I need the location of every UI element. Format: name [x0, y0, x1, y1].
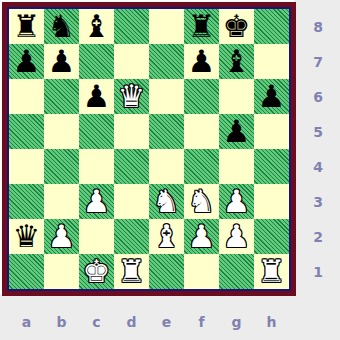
- square-b2[interactable]: ♟: [44, 219, 79, 254]
- white-pawn-piece[interactable]: ♟: [48, 219, 76, 254]
- square-e7[interactable]: [149, 44, 184, 79]
- square-g1[interactable]: [219, 254, 254, 289]
- square-g7[interactable]: ♝: [219, 44, 254, 79]
- white-king-piece[interactable]: ♚: [83, 254, 111, 289]
- square-c6[interactable]: ♟: [79, 79, 114, 114]
- square-c7[interactable]: [79, 44, 114, 79]
- square-a2[interactable]: ♛: [9, 219, 44, 254]
- square-g5[interactable]: ♟: [219, 114, 254, 149]
- square-a7[interactable]: ♟: [9, 44, 44, 79]
- square-c8[interactable]: ♝: [79, 9, 114, 44]
- square-e2[interactable]: ♝: [149, 219, 184, 254]
- square-a4[interactable]: [9, 149, 44, 184]
- square-a8[interactable]: ♜: [9, 9, 44, 44]
- file-label-b: b: [44, 302, 79, 340]
- white-queen-piece[interactable]: ♛: [118, 79, 146, 114]
- chess-diagram: ♜♞♝♜♚♟♟♟♝♟♛♟♟♟♞♞♟♛♟♝♟♟♚♜♜ 87654321 abcde…: [0, 0, 340, 340]
- white-pawn-piece[interactable]: ♟: [223, 184, 251, 219]
- rank-label-1: 1: [296, 254, 340, 289]
- black-king-piece[interactable]: ♚: [223, 9, 251, 44]
- white-knight-piece[interactable]: ♞: [188, 184, 216, 219]
- square-h7[interactable]: [254, 44, 289, 79]
- square-g8[interactable]: ♚: [219, 9, 254, 44]
- square-h4[interactable]: [254, 149, 289, 184]
- square-h1[interactable]: ♜: [254, 254, 289, 289]
- square-a3[interactable]: [9, 184, 44, 219]
- square-h2[interactable]: [254, 219, 289, 254]
- square-e6[interactable]: [149, 79, 184, 114]
- square-d4[interactable]: [114, 149, 149, 184]
- square-b1[interactable]: [44, 254, 79, 289]
- board-frame: ♜♞♝♜♚♟♟♟♝♟♛♟♟♟♞♞♟♛♟♝♟♟♚♜♜: [2, 2, 296, 296]
- square-f4[interactable]: [184, 149, 219, 184]
- square-c2[interactable]: [79, 219, 114, 254]
- square-f6[interactable]: [184, 79, 219, 114]
- square-f8[interactable]: ♜: [184, 9, 219, 44]
- square-f3[interactable]: ♞: [184, 184, 219, 219]
- file-label-f: f: [184, 302, 219, 340]
- square-c4[interactable]: [79, 149, 114, 184]
- square-e8[interactable]: [149, 9, 184, 44]
- square-h6[interactable]: ♟: [254, 79, 289, 114]
- square-c1[interactable]: ♚: [79, 254, 114, 289]
- white-rook-piece[interactable]: ♜: [258, 254, 286, 289]
- square-e5[interactable]: [149, 114, 184, 149]
- square-f2[interactable]: ♟: [184, 219, 219, 254]
- square-c3[interactable]: ♟: [79, 184, 114, 219]
- black-pawn-piece[interactable]: ♟: [48, 44, 76, 79]
- white-pawn-piece[interactable]: ♟: [83, 184, 111, 219]
- square-a6[interactable]: [9, 79, 44, 114]
- white-knight-piece[interactable]: ♞: [153, 184, 181, 219]
- square-e3[interactable]: ♞: [149, 184, 184, 219]
- black-queen-piece[interactable]: ♛: [13, 219, 41, 254]
- file-label-e: e: [149, 302, 184, 340]
- square-e4[interactable]: [149, 149, 184, 184]
- board-inner-border: ♜♞♝♜♚♟♟♟♝♟♛♟♟♟♞♞♟♛♟♝♟♟♚♜♜: [7, 7, 291, 291]
- rank-label-6: 6: [296, 79, 340, 114]
- black-pawn-piece[interactable]: ♟: [188, 44, 216, 79]
- square-d6[interactable]: ♛: [114, 79, 149, 114]
- rank-label-8: 8: [296, 9, 340, 44]
- black-knight-piece[interactable]: ♞: [48, 9, 76, 44]
- rank-label-7: 7: [296, 44, 340, 79]
- square-f7[interactable]: ♟: [184, 44, 219, 79]
- rank-label-3: 3: [296, 184, 340, 219]
- square-h5[interactable]: [254, 114, 289, 149]
- square-a1[interactable]: [9, 254, 44, 289]
- file-label-d: d: [114, 302, 149, 340]
- black-pawn-piece[interactable]: ♟: [13, 44, 41, 79]
- black-bishop-piece[interactable]: ♝: [83, 9, 111, 44]
- square-d2[interactable]: [114, 219, 149, 254]
- square-e1[interactable]: [149, 254, 184, 289]
- rank-label-5: 5: [296, 114, 340, 149]
- square-h3[interactable]: [254, 184, 289, 219]
- square-a5[interactable]: [9, 114, 44, 149]
- square-d3[interactable]: [114, 184, 149, 219]
- file-label-c: c: [79, 302, 114, 340]
- square-g4[interactable]: [219, 149, 254, 184]
- square-g2[interactable]: ♟: [219, 219, 254, 254]
- square-c5[interactable]: [79, 114, 114, 149]
- black-rook-piece[interactable]: ♜: [188, 9, 216, 44]
- square-g6[interactable]: [219, 79, 254, 114]
- black-pawn-piece[interactable]: ♟: [83, 79, 111, 114]
- square-f1[interactable]: [184, 254, 219, 289]
- square-f5[interactable]: [184, 114, 219, 149]
- black-pawn-piece[interactable]: ♟: [258, 79, 286, 114]
- square-b8[interactable]: ♞: [44, 9, 79, 44]
- white-pawn-piece[interactable]: ♟: [223, 219, 251, 254]
- square-h8[interactable]: [254, 9, 289, 44]
- square-d1[interactable]: ♜: [114, 254, 149, 289]
- square-g3[interactable]: ♟: [219, 184, 254, 219]
- square-b7[interactable]: ♟: [44, 44, 79, 79]
- rank-label-2: 2: [296, 219, 340, 254]
- square-b5[interactable]: [44, 114, 79, 149]
- square-d8[interactable]: [114, 9, 149, 44]
- white-pawn-piece[interactable]: ♟: [188, 219, 216, 254]
- square-b3[interactable]: [44, 184, 79, 219]
- file-label-h: h: [254, 302, 289, 340]
- black-rook-piece[interactable]: ♜: [13, 9, 41, 44]
- black-bishop-piece[interactable]: ♝: [223, 44, 251, 79]
- square-d5[interactable]: [114, 114, 149, 149]
- square-b6[interactable]: [44, 79, 79, 114]
- white-bishop-piece[interactable]: ♝: [153, 219, 181, 254]
- file-label-a: a: [9, 302, 44, 340]
- black-pawn-piece[interactable]: ♟: [223, 114, 251, 149]
- rank-label-4: 4: [296, 149, 340, 184]
- square-d7[interactable]: [114, 44, 149, 79]
- square-b4[interactable]: [44, 149, 79, 184]
- white-rook-piece[interactable]: ♜: [118, 254, 146, 289]
- file-label-g: g: [219, 302, 254, 340]
- chess-board: ♜♞♝♜♚♟♟♟♝♟♛♟♟♟♞♞♟♛♟♝♟♟♚♜♜: [9, 9, 289, 289]
